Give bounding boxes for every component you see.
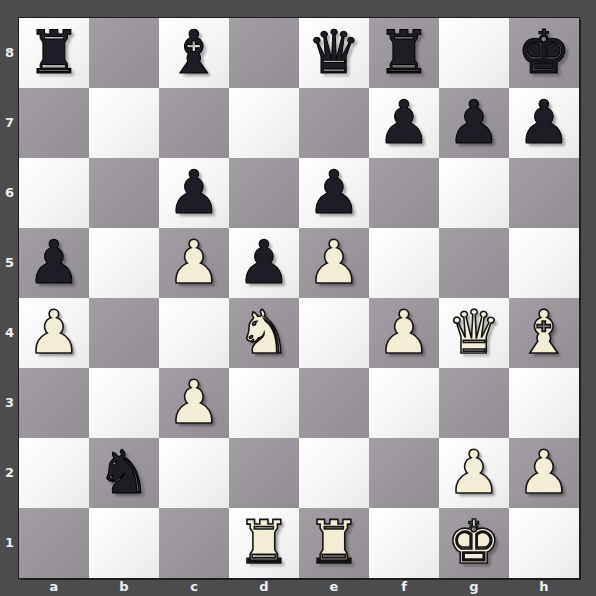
square-c2[interactable]	[159, 438, 229, 508]
square-b6[interactable]	[89, 158, 159, 228]
square-a2[interactable]	[19, 438, 89, 508]
square-d4[interactable]: ♞	[229, 298, 299, 368]
square-e8[interactable]: ♛	[299, 18, 369, 88]
white-pawn-piece-icon[interactable]: ♟	[447, 437, 501, 507]
square-a4[interactable]: ♟	[19, 298, 89, 368]
square-d8[interactable]	[229, 18, 299, 88]
square-f1[interactable]	[369, 508, 439, 578]
rank-label-5: 5	[0, 228, 19, 298]
black-pawn-piece-icon[interactable]: ♟	[167, 157, 221, 227]
square-h2[interactable]: ♟	[509, 438, 579, 508]
black-king-piece-icon[interactable]: ♚	[517, 17, 571, 87]
file-label-e: e	[299, 579, 369, 596]
rank-label-7: 7	[0, 88, 19, 158]
square-e4[interactable]	[299, 298, 369, 368]
white-pawn-piece-icon[interactable]: ♟	[377, 297, 431, 367]
square-f3[interactable]	[369, 368, 439, 438]
square-b7[interactable]	[89, 88, 159, 158]
square-e1[interactable]: ♜	[299, 508, 369, 578]
square-c1[interactable]	[159, 508, 229, 578]
file-label-a: a	[19, 579, 89, 596]
black-pawn-piece-icon[interactable]: ♟	[517, 87, 571, 157]
black-pawn-piece-icon[interactable]: ♟	[377, 87, 431, 157]
square-h4[interactable]: ♝	[509, 298, 579, 368]
square-h8[interactable]: ♚	[509, 18, 579, 88]
white-pawn-piece-icon[interactable]: ♟	[517, 437, 571, 507]
square-b2[interactable]: ♞	[89, 438, 159, 508]
square-c8[interactable]: ♝	[159, 18, 229, 88]
square-g4[interactable]: ♛	[439, 298, 509, 368]
square-e7[interactable]	[299, 88, 369, 158]
white-knight-piece-icon[interactable]: ♞	[237, 297, 291, 367]
black-rook-piece-icon[interactable]: ♜	[27, 17, 81, 87]
rank-label-6: 6	[0, 158, 19, 228]
black-pawn-piece-icon[interactable]: ♟	[307, 157, 361, 227]
file-label-h: h	[509, 579, 579, 596]
square-e5[interactable]: ♟	[299, 228, 369, 298]
black-pawn-piece-icon[interactable]: ♟	[237, 227, 291, 297]
square-h1[interactable]	[509, 508, 579, 578]
square-d6[interactable]	[229, 158, 299, 228]
square-c6[interactable]: ♟	[159, 158, 229, 228]
file-label-d: d	[229, 579, 299, 596]
square-h7[interactable]: ♟	[509, 88, 579, 158]
square-b3[interactable]	[89, 368, 159, 438]
square-e3[interactable]	[299, 368, 369, 438]
square-b8[interactable]	[89, 18, 159, 88]
square-f6[interactable]	[369, 158, 439, 228]
file-label-b: b	[89, 579, 159, 596]
square-d2[interactable]	[229, 438, 299, 508]
square-d5[interactable]: ♟	[229, 228, 299, 298]
black-rook-piece-icon[interactable]: ♜	[377, 17, 431, 87]
file-label-f: f	[369, 579, 439, 596]
square-a3[interactable]	[19, 368, 89, 438]
square-a5[interactable]: ♟	[19, 228, 89, 298]
square-f4[interactable]: ♟	[369, 298, 439, 368]
square-d1[interactable]: ♜	[229, 508, 299, 578]
rank-label-4: 4	[0, 298, 19, 368]
white-pawn-piece-icon[interactable]: ♟	[167, 367, 221, 437]
square-f8[interactable]: ♜	[369, 18, 439, 88]
square-g7[interactable]: ♟	[439, 88, 509, 158]
rank-label-1: 1	[0, 508, 19, 578]
rank-label-2: 2	[0, 438, 19, 508]
square-a1[interactable]	[19, 508, 89, 578]
white-queen-piece-icon[interactable]: ♛	[447, 297, 501, 367]
white-pawn-piece-icon[interactable]: ♟	[307, 227, 361, 297]
square-c5[interactable]: ♟	[159, 228, 229, 298]
square-g2[interactable]: ♟	[439, 438, 509, 508]
file-label-c: c	[159, 579, 229, 596]
square-b5[interactable]	[89, 228, 159, 298]
square-e2[interactable]	[299, 438, 369, 508]
square-f7[interactable]: ♟	[369, 88, 439, 158]
square-f5[interactable]	[369, 228, 439, 298]
square-c4[interactable]	[159, 298, 229, 368]
square-g1[interactable]: ♚	[439, 508, 509, 578]
square-h3[interactable]	[509, 368, 579, 438]
black-pawn-piece-icon[interactable]: ♟	[27, 227, 81, 297]
square-h6[interactable]	[509, 158, 579, 228]
white-pawn-piece-icon[interactable]: ♟	[27, 297, 81, 367]
square-d3[interactable]	[229, 368, 299, 438]
chess-board-frame: ♜♝♛♜♚♟♟♟♟♟♟♟♟♟♟♞♟♛♝♟♞♟♟♜♜♚ 87654321 abcd…	[0, 0, 596, 596]
square-h5[interactable]	[509, 228, 579, 298]
square-g8[interactable]	[439, 18, 509, 88]
square-g3[interactable]	[439, 368, 509, 438]
square-a7[interactable]	[19, 88, 89, 158]
chess-board: ♜♝♛♜♚♟♟♟♟♟♟♟♟♟♟♞♟♛♝♟♞♟♟♜♜♚	[19, 18, 579, 578]
rank-label-8: 8	[0, 18, 19, 88]
black-knight-piece-icon[interactable]: ♞	[97, 437, 151, 507]
white-king-piece-icon[interactable]: ♚	[447, 507, 501, 577]
square-a8[interactable]: ♜	[19, 18, 89, 88]
black-bishop-piece-icon[interactable]: ♝	[167, 17, 221, 87]
square-g5[interactable]	[439, 228, 509, 298]
square-f2[interactable]	[369, 438, 439, 508]
square-d7[interactable]	[229, 88, 299, 158]
white-rook-piece-icon[interactable]: ♜	[307, 507, 361, 577]
black-pawn-piece-icon[interactable]: ♟	[447, 87, 501, 157]
square-a6[interactable]	[19, 158, 89, 228]
square-g6[interactable]	[439, 158, 509, 228]
square-b4[interactable]	[89, 298, 159, 368]
square-c7[interactable]	[159, 88, 229, 158]
white-rook-piece-icon[interactable]: ♜	[237, 507, 291, 577]
black-queen-piece-icon[interactable]: ♛	[307, 17, 361, 87]
white-bishop-piece-icon[interactable]: ♝	[517, 297, 571, 367]
square-c3[interactable]: ♟	[159, 368, 229, 438]
white-pawn-piece-icon[interactable]: ♟	[167, 227, 221, 297]
square-b1[interactable]	[89, 508, 159, 578]
square-e6[interactable]: ♟	[299, 158, 369, 228]
rank-label-3: 3	[0, 368, 19, 438]
file-label-g: g	[439, 579, 509, 596]
